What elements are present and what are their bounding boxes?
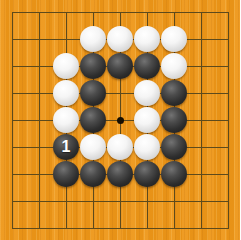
black-stone (80, 53, 106, 79)
intersection[interactable] (188, 0, 215, 26)
intersection[interactable] (0, 0, 26, 26)
intersection-occupied (107, 161, 134, 188)
intersection[interactable] (188, 53, 215, 80)
intersection-occupied (53, 53, 80, 80)
white-stone (107, 134, 133, 160)
intersection[interactable] (134, 0, 161, 26)
black-stone (107, 53, 133, 79)
white-stone (161, 53, 187, 79)
intersection[interactable] (134, 188, 161, 215)
intersection[interactable] (26, 80, 53, 107)
intersection-occupied (107, 134, 134, 161)
intersection-occupied (134, 53, 161, 80)
intersection[interactable] (0, 161, 26, 188)
intersection[interactable] (188, 134, 215, 161)
intersection-occupied: 1 (53, 134, 80, 161)
intersection[interactable] (161, 188, 188, 215)
intersection[interactable] (26, 215, 53, 240)
intersection-occupied (80, 161, 107, 188)
intersection-occupied (134, 134, 161, 161)
intersection[interactable] (0, 107, 26, 134)
intersection[interactable] (26, 0, 53, 26)
intersection-occupied (80, 53, 107, 80)
black-stone (80, 80, 106, 106)
intersection[interactable] (161, 0, 188, 26)
intersection[interactable] (188, 80, 215, 107)
intersection-occupied (134, 26, 161, 53)
white-stone (53, 80, 79, 106)
black-stone (161, 161, 187, 187)
intersection-occupied (53, 161, 80, 188)
intersection[interactable] (215, 107, 241, 134)
intersection[interactable] (188, 161, 215, 188)
intersection[interactable] (107, 80, 134, 107)
intersection[interactable] (107, 0, 134, 26)
intersection[interactable] (26, 161, 53, 188)
intersection[interactable] (107, 188, 134, 215)
intersection[interactable] (26, 26, 53, 53)
intersection[interactable] (215, 53, 241, 80)
intersection-occupied (161, 161, 188, 188)
intersection-occupied (161, 134, 188, 161)
black-stone (107, 161, 133, 187)
intersection[interactable] (215, 26, 241, 53)
intersection[interactable] (53, 188, 80, 215)
intersection[interactable] (80, 0, 107, 26)
intersection-occupied (107, 53, 134, 80)
white-stone (53, 53, 79, 79)
intersection[interactable] (0, 134, 26, 161)
intersection[interactable] (215, 188, 241, 215)
white-stone (134, 107, 160, 133)
intersection[interactable] (0, 80, 26, 107)
black-stone (134, 53, 160, 79)
intersection[interactable] (188, 215, 215, 240)
intersection[interactable] (0, 53, 26, 80)
move-number-label: 1 (62, 139, 71, 155)
black-stone (161, 134, 187, 160)
white-stone (80, 134, 106, 160)
intersection[interactable] (53, 215, 80, 240)
intersection[interactable] (80, 215, 107, 240)
black-stone (161, 80, 187, 106)
white-stone (134, 134, 160, 160)
intersection-occupied (161, 53, 188, 80)
intersection[interactable] (215, 215, 241, 240)
intersection-occupied (53, 80, 80, 107)
white-stone (161, 26, 187, 52)
intersection-occupied (161, 26, 188, 53)
black-stone-move-1: 1 (53, 134, 79, 160)
intersection-occupied (80, 134, 107, 161)
intersection-occupied (53, 107, 80, 134)
intersection-occupied (107, 26, 134, 53)
intersection-occupied (80, 107, 107, 134)
intersection[interactable] (215, 161, 241, 188)
white-stone (134, 26, 160, 52)
white-stone (53, 107, 79, 133)
intersection-occupied (134, 161, 161, 188)
black-stone (80, 107, 106, 133)
intersection[interactable] (134, 215, 161, 240)
intersection[interactable] (0, 188, 26, 215)
black-stone (134, 161, 160, 187)
white-stone (107, 26, 133, 52)
intersection[interactable] (107, 215, 134, 240)
white-stone (80, 26, 106, 52)
black-stone (53, 161, 79, 187)
intersection[interactable] (107, 107, 134, 134)
intersection[interactable] (188, 107, 215, 134)
black-stone (80, 161, 106, 187)
intersection-occupied (161, 80, 188, 107)
intersection[interactable] (0, 215, 26, 240)
black-stone (161, 107, 187, 133)
intersection-occupied (80, 80, 107, 107)
intersection[interactable] (188, 188, 215, 215)
intersection[interactable] (188, 26, 215, 53)
intersection[interactable] (53, 0, 80, 26)
intersection[interactable] (0, 26, 26, 53)
intersection[interactable] (26, 134, 53, 161)
intersection[interactable] (215, 0, 241, 26)
intersection[interactable] (215, 134, 241, 161)
star-point (117, 117, 124, 124)
intersection[interactable] (215, 80, 241, 107)
intersection[interactable] (53, 26, 80, 53)
intersection[interactable] (80, 188, 107, 215)
go-board[interactable]: 1 (0, 0, 240, 240)
intersection-occupied (134, 107, 161, 134)
intersection[interactable] (26, 107, 53, 134)
intersection-occupied (161, 107, 188, 134)
intersection[interactable] (26, 53, 53, 80)
intersection[interactable] (161, 215, 188, 240)
white-stone (134, 80, 160, 106)
intersection-occupied (80, 26, 107, 53)
go-app-screen: 1 (0, 0, 240, 240)
intersection[interactable] (26, 188, 53, 215)
intersection-occupied (134, 80, 161, 107)
